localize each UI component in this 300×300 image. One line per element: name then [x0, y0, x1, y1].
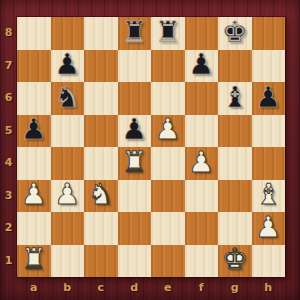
rank-label-3: 3 [0, 180, 17, 213]
piece-white-pawn: ♟ [155, 115, 181, 144]
file-label-g: g [218, 277, 252, 300]
square-b1 [51, 245, 85, 278]
square-e3 [151, 180, 185, 213]
square-d4: ♜ [118, 147, 152, 180]
square-a8 [17, 17, 51, 50]
rank-label-6: 6 [0, 82, 17, 115]
piece-white-king: ♚ [222, 245, 248, 274]
file-label-a: a [17, 277, 51, 300]
piece-black-king: ♚ [222, 18, 248, 47]
file-label-b: b [51, 277, 85, 300]
square-a2 [17, 212, 51, 245]
piece-white-pawn: ♟ [54, 180, 80, 209]
square-d8: ♜ [118, 17, 152, 50]
piece-black-bishop: ♝ [222, 83, 248, 112]
square-d1 [118, 245, 152, 278]
piece-black-pawn: ♟ [121, 115, 147, 144]
square-g4 [218, 147, 252, 180]
square-a1: ♜ [17, 245, 51, 278]
file-label-h: h [252, 277, 286, 300]
square-f6 [185, 82, 219, 115]
file-label-f: f [185, 277, 219, 300]
square-g5 [218, 115, 252, 148]
chess-board: ♜♜♚♟♟♞♝♟♟♟♟♜♟♟♟♞♝♟♜♚ [17, 17, 285, 277]
square-f4: ♟ [185, 147, 219, 180]
piece-black-rook: ♜ [121, 18, 147, 47]
square-a4 [17, 147, 51, 180]
square-e1 [151, 245, 185, 278]
chess-diagram: 87654321 abcdefgh ♜♜♚♟♟♞♝♟♟♟♟♜♟♟♟♞♝♟♜♚ [0, 0, 300, 300]
piece-black-pawn: ♟ [21, 115, 47, 144]
square-h4 [252, 147, 286, 180]
rank-label-1: 1 [0, 245, 17, 278]
square-h6: ♟ [252, 82, 286, 115]
square-f2 [185, 212, 219, 245]
square-f5 [185, 115, 219, 148]
piece-white-rook: ♜ [121, 148, 147, 177]
square-h5 [252, 115, 286, 148]
square-g8: ♚ [218, 17, 252, 50]
square-f3 [185, 180, 219, 213]
square-h3: ♝ [252, 180, 286, 213]
piece-white-knight: ♞ [88, 180, 114, 209]
square-e2 [151, 212, 185, 245]
square-e7 [151, 50, 185, 83]
square-c5 [84, 115, 118, 148]
square-g6: ♝ [218, 82, 252, 115]
square-c6 [84, 82, 118, 115]
square-c2 [84, 212, 118, 245]
piece-black-pawn: ♟ [188, 50, 214, 79]
square-a7 [17, 50, 51, 83]
piece-white-rook: ♜ [21, 245, 47, 274]
square-e5: ♟ [151, 115, 185, 148]
square-e8: ♜ [151, 17, 185, 50]
square-h2: ♟ [252, 212, 286, 245]
piece-black-pawn: ♟ [54, 50, 80, 79]
square-h8 [252, 17, 286, 50]
square-b6: ♞ [51, 82, 85, 115]
file-label-c: c [84, 277, 118, 300]
square-d7 [118, 50, 152, 83]
square-d3 [118, 180, 152, 213]
square-g7 [218, 50, 252, 83]
file-label-e: e [151, 277, 185, 300]
square-c8 [84, 17, 118, 50]
piece-white-bishop: ♝ [255, 180, 281, 209]
square-h7 [252, 50, 286, 83]
square-a6 [17, 82, 51, 115]
square-b4 [51, 147, 85, 180]
square-c7 [84, 50, 118, 83]
piece-white-pawn: ♟ [255, 213, 281, 242]
square-e6 [151, 82, 185, 115]
square-c4 [84, 147, 118, 180]
rank-label-5: 5 [0, 115, 17, 148]
square-f1 [185, 245, 219, 278]
rank-label-7: 7 [0, 50, 17, 83]
piece-white-pawn: ♟ [188, 148, 214, 177]
square-b7: ♟ [51, 50, 85, 83]
square-c1 [84, 245, 118, 278]
square-b8 [51, 17, 85, 50]
piece-black-pawn: ♟ [255, 83, 281, 112]
square-g3 [218, 180, 252, 213]
square-a3: ♟ [17, 180, 51, 213]
square-b3: ♟ [51, 180, 85, 213]
piece-black-knight: ♞ [54, 83, 80, 112]
square-g2 [218, 212, 252, 245]
rank-label-4: 4 [0, 147, 17, 180]
square-b2 [51, 212, 85, 245]
rank-label-2: 2 [0, 212, 17, 245]
piece-white-pawn: ♟ [21, 180, 47, 209]
square-c3: ♞ [84, 180, 118, 213]
rank-label-8: 8 [0, 17, 17, 50]
piece-black-rook: ♜ [155, 18, 181, 47]
square-b5 [51, 115, 85, 148]
square-g1: ♚ [218, 245, 252, 278]
square-h1 [252, 245, 286, 278]
square-e4 [151, 147, 185, 180]
square-d2 [118, 212, 152, 245]
square-f7: ♟ [185, 50, 219, 83]
square-f8 [185, 17, 219, 50]
file-label-d: d [118, 277, 152, 300]
square-a5: ♟ [17, 115, 51, 148]
square-d5: ♟ [118, 115, 152, 148]
square-d6 [118, 82, 152, 115]
